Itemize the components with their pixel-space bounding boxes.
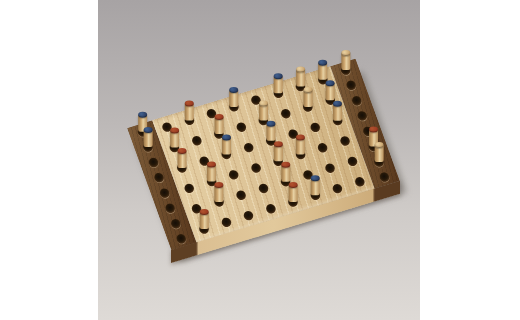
blue-peg[interactable] bbox=[222, 132, 231, 154]
peg-top bbox=[214, 182, 223, 188]
peg-top bbox=[177, 148, 186, 154]
peg-top bbox=[266, 121, 275, 127]
peg-top bbox=[318, 60, 327, 66]
peg-top bbox=[274, 73, 283, 79]
peg-top bbox=[281, 162, 290, 168]
peg-top bbox=[259, 101, 268, 107]
blue-peg[interactable] bbox=[318, 58, 327, 80]
red-peg[interactable] bbox=[214, 180, 223, 202]
blue-peg[interactable] bbox=[143, 125, 152, 147]
photo-background bbox=[98, 0, 420, 320]
red-peg[interactable] bbox=[207, 160, 216, 182]
peg-top bbox=[303, 87, 312, 93]
peg-top bbox=[143, 127, 152, 133]
red-peg[interactable] bbox=[296, 133, 305, 155]
peg-top bbox=[374, 142, 383, 148]
peg-top bbox=[341, 50, 350, 56]
natural-peg[interactable] bbox=[259, 99, 268, 121]
red-peg[interactable] bbox=[170, 126, 179, 148]
blue-peg[interactable] bbox=[333, 99, 342, 121]
natural-peg[interactable] bbox=[296, 65, 305, 87]
blue-peg[interactable] bbox=[274, 71, 283, 93]
blue-peg[interactable] bbox=[266, 119, 275, 141]
red-peg[interactable] bbox=[200, 207, 209, 229]
natural-peg[interactable] bbox=[341, 48, 350, 70]
peg-top bbox=[170, 128, 179, 134]
peg-top bbox=[333, 101, 342, 107]
peg-top bbox=[138, 112, 147, 118]
peg-top bbox=[274, 141, 283, 147]
peg-top bbox=[311, 175, 320, 181]
blue-peg[interactable] bbox=[311, 173, 320, 195]
natural-peg[interactable] bbox=[303, 85, 312, 107]
red-peg[interactable] bbox=[214, 112, 223, 134]
peg-top bbox=[214, 114, 223, 120]
blue-peg[interactable] bbox=[229, 85, 238, 107]
peg-top bbox=[289, 182, 298, 188]
peg-top bbox=[369, 127, 378, 133]
peg-top bbox=[229, 87, 238, 93]
natural-peg[interactable] bbox=[374, 140, 383, 162]
peg-top bbox=[296, 67, 305, 73]
blue-peg[interactable] bbox=[326, 78, 335, 100]
peg-top bbox=[207, 162, 216, 168]
red-peg[interactable] bbox=[274, 139, 283, 161]
screenshot-canvas bbox=[0, 0, 520, 320]
red-peg[interactable] bbox=[185, 98, 194, 120]
peg-top bbox=[326, 80, 335, 86]
red-peg[interactable] bbox=[281, 160, 290, 182]
red-peg[interactable] bbox=[289, 180, 298, 202]
peg-top bbox=[222, 134, 231, 140]
peg-top bbox=[296, 135, 305, 141]
red-peg[interactable] bbox=[177, 146, 186, 168]
peg-top bbox=[185, 100, 194, 106]
peg-top bbox=[200, 209, 209, 215]
